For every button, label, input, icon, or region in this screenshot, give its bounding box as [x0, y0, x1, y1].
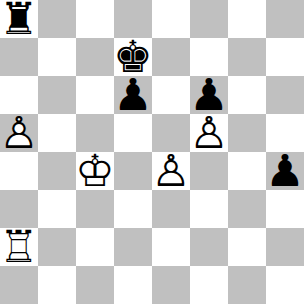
square-d4[interactable] [114, 152, 152, 190]
white-rook: ♖ [0, 228, 38, 266]
square-c3[interactable] [76, 190, 114, 228]
square-c6[interactable] [76, 76, 114, 114]
square-g5[interactable] [228, 114, 266, 152]
black-king: ♚ [114, 38, 152, 76]
square-g1[interactable] [228, 266, 266, 304]
black-pawn: ♟ [190, 76, 228, 114]
square-h3[interactable] [266, 190, 304, 228]
white-pawn: ♙ [152, 152, 190, 190]
square-e4[interactable]: ♟♙ [152, 152, 190, 190]
square-b4[interactable] [38, 152, 76, 190]
square-a1[interactable] [0, 266, 38, 304]
square-d8[interactable] [114, 0, 152, 38]
square-d1[interactable] [114, 266, 152, 304]
square-b2[interactable] [38, 228, 76, 266]
square-h1[interactable] [266, 266, 304, 304]
square-f5[interactable]: ♟♙ [190, 114, 228, 152]
square-b8[interactable] [38, 0, 76, 38]
square-h7[interactable] [266, 38, 304, 76]
square-g8[interactable] [228, 0, 266, 38]
square-f4[interactable] [190, 152, 228, 190]
black-pawn: ♟ [266, 152, 304, 190]
white-pawn-fill: ♟ [191, 115, 228, 152]
square-g4[interactable] [228, 152, 266, 190]
square-d6[interactable]: ♟ [114, 76, 152, 114]
square-c2[interactable] [76, 228, 114, 266]
square-a8[interactable]: ♜ [0, 0, 38, 38]
square-c8[interactable] [76, 0, 114, 38]
square-e1[interactable] [152, 266, 190, 304]
square-b1[interactable] [38, 266, 76, 304]
square-a7[interactable] [0, 38, 38, 76]
square-f1[interactable] [190, 266, 228, 304]
square-e2[interactable] [152, 228, 190, 266]
square-d5[interactable] [114, 114, 152, 152]
white-king: ♔ [76, 152, 114, 190]
chess-board: ♜♚♟♟♟♙♟♙♚♔♟♙♟♜♖ [0, 0, 304, 304]
square-h6[interactable] [266, 76, 304, 114]
square-e3[interactable] [152, 190, 190, 228]
black-rook: ♜ [0, 0, 38, 38]
square-g6[interactable] [228, 76, 266, 114]
square-b7[interactable] [38, 38, 76, 76]
square-g3[interactable] [228, 190, 266, 228]
square-e6[interactable] [152, 76, 190, 114]
square-f6[interactable]: ♟ [190, 76, 228, 114]
square-a4[interactable] [0, 152, 38, 190]
square-f8[interactable] [190, 0, 228, 38]
square-d2[interactable] [114, 228, 152, 266]
white-king-fill: ♚ [77, 153, 114, 190]
square-b5[interactable] [38, 114, 76, 152]
square-g7[interactable] [228, 38, 266, 76]
square-f3[interactable] [190, 190, 228, 228]
square-c1[interactable] [76, 266, 114, 304]
square-b6[interactable] [38, 76, 76, 114]
square-b3[interactable] [38, 190, 76, 228]
square-c4[interactable]: ♚♔ [76, 152, 114, 190]
white-rook-fill: ♜ [1, 229, 38, 266]
square-f7[interactable] [190, 38, 228, 76]
square-h2[interactable] [266, 228, 304, 266]
square-g2[interactable] [228, 228, 266, 266]
black-pawn: ♟ [114, 76, 152, 114]
square-c5[interactable] [76, 114, 114, 152]
square-e7[interactable] [152, 38, 190, 76]
square-a5[interactable]: ♟♙ [0, 114, 38, 152]
square-h4[interactable]: ♟ [266, 152, 304, 190]
white-pawn-fill: ♟ [1, 115, 38, 152]
square-a2[interactable]: ♜♖ [0, 228, 38, 266]
square-a3[interactable] [0, 190, 38, 228]
square-d7[interactable]: ♚ [114, 38, 152, 76]
square-c7[interactable] [76, 38, 114, 76]
square-e8[interactable] [152, 0, 190, 38]
square-h8[interactable] [266, 0, 304, 38]
white-pawn-fill: ♟ [153, 153, 190, 190]
square-d3[interactable] [114, 190, 152, 228]
white-pawn: ♙ [0, 114, 38, 152]
square-h5[interactable] [266, 114, 304, 152]
square-e5[interactable] [152, 114, 190, 152]
white-pawn: ♙ [190, 114, 228, 152]
square-f2[interactable] [190, 228, 228, 266]
square-a6[interactable] [0, 76, 38, 114]
